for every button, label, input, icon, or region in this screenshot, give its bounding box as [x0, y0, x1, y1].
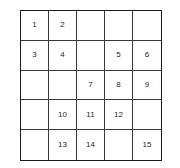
cell-r1-c4	[105, 11, 133, 41]
canvas: { "game": "numbered-grid-puzzle", "posit…	[0, 0, 180, 168]
cell-r3-c5: 9	[133, 71, 161, 101]
cell-r3-c4: 8	[105, 71, 133, 101]
cell-r3-c1	[21, 71, 49, 101]
cell-r5-c4	[105, 130, 133, 160]
cell-r2-c4: 5	[105, 41, 133, 71]
cell-r1-c2: 2	[49, 11, 77, 41]
cell-r2-c2: 4	[49, 41, 77, 71]
cell-r5-c1	[21, 130, 49, 160]
cell-r5-c2: 13	[49, 130, 77, 160]
cell-r3-c2	[49, 71, 77, 101]
cell-r4-c5	[133, 100, 161, 130]
cell-r4-c3: 11	[77, 100, 105, 130]
cell-r2-c1: 3	[21, 41, 49, 71]
cell-r2-c3	[77, 41, 105, 71]
cell-r4-c2: 10	[49, 100, 77, 130]
cell-r4-c4: 12	[105, 100, 133, 130]
cell-r5-c3: 14	[77, 130, 105, 160]
cell-r4-c1	[21, 100, 49, 130]
cell-r2-c5: 6	[133, 41, 161, 71]
cell-r1-c3	[77, 11, 105, 41]
cell-r5-c5: 15	[133, 130, 161, 160]
cell-r1-c5	[133, 11, 161, 41]
puzzle-grid: 123456789101112131415	[20, 10, 162, 161]
cell-r3-c3: 7	[77, 71, 105, 101]
cell-r1-c1: 1	[21, 11, 49, 41]
